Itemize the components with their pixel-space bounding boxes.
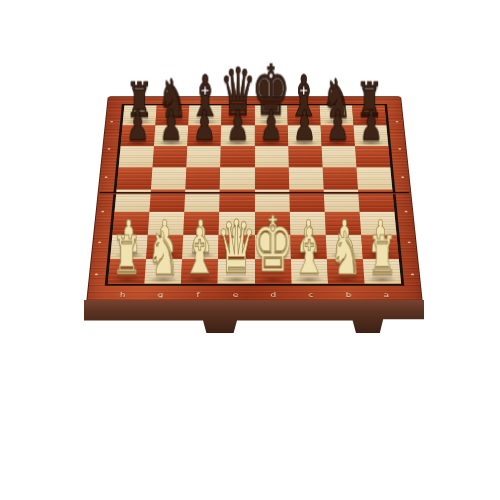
square-d7: ♟ — [221, 126, 254, 147]
file-label-a: a — [367, 291, 405, 300]
square-a1: ♜ — [108, 259, 146, 284]
square-h7: ♟ — [353, 126, 388, 147]
white-rook: ♜ — [111, 230, 141, 283]
square-e5 — [254, 167, 288, 189]
square-g7: ♟ — [320, 126, 354, 147]
file-label-g: g — [141, 291, 179, 300]
black-pawn: ♟ — [327, 104, 350, 145]
square-g1: ♞ — [327, 259, 365, 284]
square-a5 — [117, 167, 153, 189]
file-label-f: f — [179, 291, 217, 300]
square-a7: ♟ — [121, 126, 156, 147]
file-labels: hgfedcba — [103, 291, 405, 300]
white-bishop: ♝ — [182, 220, 217, 283]
square-c1: ♝ — [181, 259, 218, 284]
hinge-pin-dot — [396, 121, 399, 123]
square-e1: ♚ — [254, 259, 291, 284]
hinge-pin-dot — [105, 176, 108, 178]
square-e6 — [254, 146, 288, 167]
white-knight: ♞ — [330, 224, 363, 283]
black-pawn: ♟ — [260, 104, 283, 145]
file-label-d: d — [254, 291, 292, 300]
hinge-pin-dot — [95, 273, 98, 275]
white-king: ♚ — [251, 206, 294, 283]
square-a6 — [119, 146, 154, 167]
hinge-pin-dot — [101, 211, 104, 213]
hinge-pin-dot — [110, 121, 113, 123]
square-h5 — [356, 167, 392, 189]
white-knight: ♞ — [146, 224, 179, 283]
square-b5 — [151, 167, 186, 189]
black-pawn: ♟ — [360, 104, 383, 145]
product-photo: ♜♞♝♛♚♝♞♜♟♟♟♟♟♟♟♟♟♟♟♟♟♟♟♟♜♞♝♛♚♝♞♜ hgfedcb… — [0, 0, 500, 500]
square-f5 — [288, 167, 323, 189]
hinge-pin-dot — [411, 273, 414, 275]
hinge-pin-dot — [408, 241, 411, 243]
square-h6 — [355, 146, 390, 167]
square-c7: ♟ — [188, 126, 222, 147]
file-label-e: e — [217, 291, 255, 300]
hinge-pin-dot — [98, 241, 101, 243]
square-b1: ♞ — [145, 259, 183, 284]
square-g5 — [322, 167, 357, 189]
hinge-pin-dot — [401, 176, 404, 178]
square-f1: ♝ — [291, 259, 328, 284]
black-pawn: ♟ — [226, 104, 249, 145]
black-pawn: ♟ — [193, 104, 216, 145]
black-pawn: ♟ — [293, 104, 316, 145]
square-c6 — [187, 146, 221, 167]
square-d1: ♛ — [218, 259, 255, 284]
file-label-b: b — [330, 291, 368, 300]
hinge-pin-dot — [108, 148, 111, 150]
chess-board: ♜♞♝♛♚♝♞♜♟♟♟♟♟♟♟♟♟♟♟♟♟♟♟♟♜♞♝♛♚♝♞♜ hgfedcb… — [86, 96, 423, 304]
square-f7: ♟ — [287, 126, 321, 147]
square-d5 — [220, 167, 254, 189]
square-h1: ♜ — [363, 259, 401, 284]
board-grid: ♜♞♝♛♚♝♞♜♟♟♟♟♟♟♟♟♟♟♟♟♟♟♟♟♜♞♝♛♚♝♞♜ — [105, 104, 405, 286]
square-b6 — [153, 146, 188, 167]
file-label-h: h — [103, 291, 141, 300]
hinge-pin-dot — [405, 211, 408, 213]
board-scene: ♜♞♝♛♚♝♞♜♟♟♟♟♟♟♟♟♟♟♟♟♟♟♟♟♜♞♝♛♚♝♞♜ hgfedcb… — [0, 0, 500, 500]
black-pawn: ♟ — [126, 104, 149, 145]
square-b7: ♟ — [154, 126, 188, 147]
square-g6 — [321, 146, 356, 167]
hinge-pin-dot — [398, 148, 401, 150]
square-c5 — [186, 167, 221, 189]
white-rook: ♜ — [368, 230, 398, 283]
file-label-c: c — [292, 291, 330, 300]
square-d6 — [220, 146, 254, 167]
square-f6 — [288, 146, 322, 167]
black-pawn: ♟ — [159, 104, 182, 145]
square-e7: ♟ — [254, 126, 287, 147]
white-bishop: ♝ — [292, 220, 327, 283]
